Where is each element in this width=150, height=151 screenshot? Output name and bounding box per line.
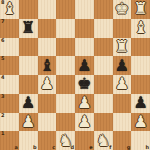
piece-white-pawn[interactable]: ♟	[113, 75, 132, 94]
square-a4[interactable]: 4	[0, 75, 19, 94]
piece-white-pawn[interactable]: ♟	[75, 113, 94, 132]
square-h2[interactable]: ♟	[131, 113, 150, 132]
square-g2[interactable]	[113, 113, 132, 132]
file-label-e: e	[89, 145, 92, 151]
file-label-a: a	[14, 145, 17, 151]
square-f3[interactable]	[94, 94, 113, 113]
rank-label-3: 3	[1, 94, 4, 100]
piece-black-pawn[interactable]: ♟	[75, 56, 94, 75]
square-g3[interactable]	[113, 94, 132, 113]
square-c7[interactable]	[38, 19, 57, 38]
square-b1[interactable]: b	[19, 131, 38, 150]
square-a5[interactable]: 5	[0, 56, 19, 75]
square-g6[interactable]: ♜	[113, 38, 132, 57]
file-label-c: c	[52, 145, 55, 151]
square-f8[interactable]	[94, 0, 113, 19]
square-e4[interactable]: ♚	[75, 75, 94, 94]
square-c8[interactable]	[38, 0, 57, 19]
square-g1[interactable]: g	[113, 131, 132, 150]
square-d8[interactable]	[56, 0, 75, 19]
square-e1[interactable]: e	[75, 131, 94, 150]
square-h5[interactable]	[131, 56, 150, 75]
piece-white-pawn[interactable]: ♟	[38, 75, 57, 94]
square-a7[interactable]: 7	[0, 19, 19, 38]
square-b3[interactable]: ♟	[19, 94, 38, 113]
square-b4[interactable]	[19, 75, 38, 94]
rank-label-6: 6	[1, 38, 4, 44]
square-d5[interactable]	[56, 56, 75, 75]
piece-white-knight[interactable]: ♞	[94, 131, 113, 150]
square-f6[interactable]	[94, 38, 113, 57]
rank-label-5: 5	[1, 56, 4, 62]
square-d2[interactable]	[56, 113, 75, 132]
square-d3[interactable]	[56, 94, 75, 113]
square-a1[interactable]: 1a	[0, 131, 19, 150]
square-b7[interactable]: ♜	[19, 19, 38, 38]
piece-white-pawn[interactable]: ♟	[131, 113, 150, 132]
square-d6[interactable]	[56, 38, 75, 57]
piece-white-rook[interactable]: ♜	[131, 0, 150, 19]
rank-label-4: 4	[1, 75, 4, 81]
chess-board: 8♝♚♜7♜♝6♜5♝♟♟4♟♚♟3♟♟♟2♟♟♟1abcd♞ef♞gh	[0, 0, 150, 150]
square-h4[interactable]	[131, 75, 150, 94]
piece-black-bishop[interactable]: ♝	[38, 56, 57, 75]
piece-black-pawn[interactable]: ♟	[113, 56, 132, 75]
square-c6[interactable]	[38, 38, 57, 57]
square-f4[interactable]	[94, 75, 113, 94]
piece-black-rook[interactable]: ♜	[19, 19, 38, 38]
square-a8[interactable]: 8♝	[0, 0, 19, 19]
square-c4[interactable]: ♟	[38, 75, 57, 94]
square-h7[interactable]: ♝	[131, 19, 150, 38]
square-b8[interactable]	[19, 0, 38, 19]
square-a3[interactable]: 3	[0, 94, 19, 113]
piece-white-rook[interactable]: ♜	[113, 38, 132, 57]
square-e7[interactable]	[75, 19, 94, 38]
square-d4[interactable]	[56, 75, 75, 94]
piece-white-pawn[interactable]: ♟	[19, 113, 38, 132]
rank-label-7: 7	[1, 19, 4, 25]
piece-white-knight[interactable]: ♞	[56, 131, 75, 150]
square-h1[interactable]: h	[131, 131, 150, 150]
square-c3[interactable]	[38, 94, 57, 113]
square-d1[interactable]: d♞	[56, 131, 75, 150]
square-b6[interactable]	[19, 38, 38, 57]
piece-black-king[interactable]: ♚	[75, 75, 94, 94]
square-e6[interactable]	[75, 38, 94, 57]
piece-black-pawn[interactable]: ♟	[19, 94, 38, 113]
square-h3[interactable]: ♟	[131, 94, 150, 113]
square-g4[interactable]: ♟	[113, 75, 132, 94]
square-d7[interactable]	[56, 19, 75, 38]
square-b5[interactable]	[19, 56, 38, 75]
rank-label-1: 1	[1, 131, 4, 137]
file-label-b: b	[33, 145, 37, 151]
piece-white-king[interactable]: ♚	[113, 0, 132, 19]
square-a6[interactable]: 6	[0, 38, 19, 57]
square-h6[interactable]	[131, 38, 150, 57]
file-label-g: g	[127, 145, 131, 151]
square-f5[interactable]	[94, 56, 113, 75]
piece-white-bishop[interactable]: ♝	[131, 19, 150, 38]
rank-label-2: 2	[1, 113, 4, 119]
piece-black-pawn[interactable]: ♟	[131, 94, 150, 113]
square-g7[interactable]	[113, 19, 132, 38]
piece-white-pawn[interactable]: ♟	[75, 94, 94, 113]
square-e3[interactable]: ♟	[75, 94, 94, 113]
square-e8[interactable]	[75, 0, 94, 19]
square-g8[interactable]: ♚	[113, 0, 132, 19]
square-f1[interactable]: f♞	[94, 131, 113, 150]
square-f2[interactable]	[94, 113, 113, 132]
square-c5[interactable]: ♝	[38, 56, 57, 75]
square-g5[interactable]: ♟	[113, 56, 132, 75]
square-e2[interactable]: ♟	[75, 113, 94, 132]
file-label-h: h	[145, 145, 149, 151]
square-c2[interactable]	[38, 113, 57, 132]
square-a2[interactable]: 2	[0, 113, 19, 132]
square-f7[interactable]	[94, 19, 113, 38]
piece-white-bishop[interactable]: ♝	[0, 0, 19, 19]
square-b2[interactable]: ♟	[19, 113, 38, 132]
square-c1[interactable]: c	[38, 131, 57, 150]
square-h8[interactable]: ♜	[131, 0, 150, 19]
square-e5[interactable]: ♟	[75, 56, 94, 75]
